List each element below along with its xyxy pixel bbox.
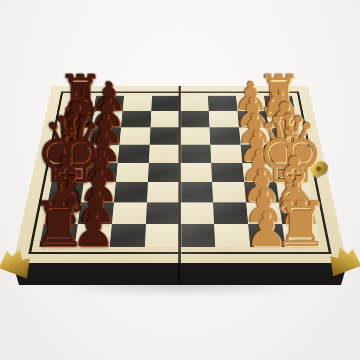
square-f5 [147,182,180,202]
square-g4 [180,202,214,224]
square-g5 [146,202,180,224]
chess-set-photo: ♜♟♟♜♞♟♟♞♝♟♟♝♛♟♟♛♚♟♟♚♝♟♟♝♞♟♟♞♜♟♟♜ [0,0,360,360]
square-a4 [180,96,209,111]
square-h4 [180,224,215,247]
square-b5 [151,111,180,127]
square-a5 [151,96,180,111]
square-e4 [180,163,212,182]
square-a6 [123,96,152,111]
square-f4 [180,182,213,202]
piece-white-rook: ♜ [273,194,329,257]
square-c4 [180,127,210,144]
square-c5 [150,127,180,144]
square-e5 [148,163,180,182]
piece-black-pawn: ♟ [72,206,114,253]
square-h5 [145,224,180,247]
fold-seam-front [178,261,180,285]
square-d4 [180,145,211,163]
square-b4 [180,111,209,127]
square-d5 [149,145,180,163]
